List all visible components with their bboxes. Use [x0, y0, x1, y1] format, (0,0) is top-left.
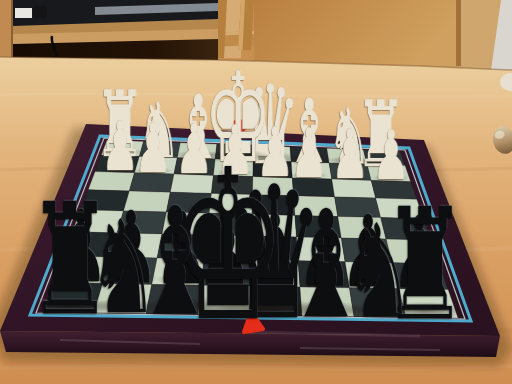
square-h7 — [53, 256, 110, 284]
square-f2 — [174, 158, 215, 176]
chess-photo-scene: ♜♞♝♛♚♝♞♜♟♟♟♟♟♟♟♟♟♟♟♟♟♟♟♟♜♞♝♛♚♝♞♜ — [0, 0, 512, 384]
square-c7 — [298, 261, 349, 288]
square-c8 — [300, 287, 354, 317]
square-g7 — [103, 257, 158, 284]
square-c5 — [295, 215, 341, 238]
square-h2 — [95, 155, 139, 173]
square-g4 — [124, 191, 171, 212]
square-b4 — [335, 197, 381, 218]
square-f5 — [162, 212, 209, 235]
square-a6 — [386, 239, 439, 264]
scene-graphics — [0, 0, 512, 384]
square-f8 — [146, 284, 201, 314]
square-h5 — [72, 210, 123, 233]
square-g6 — [110, 233, 162, 258]
square-e7 — [201, 259, 251, 286]
square-c6 — [297, 237, 346, 262]
square-b3 — [332, 179, 376, 198]
square-h8 — [42, 283, 103, 313]
square-h4 — [81, 190, 130, 211]
square-b8 — [349, 288, 406, 318]
square-d3 — [253, 177, 294, 196]
square-f1 — [177, 143, 217, 159]
square-e3 — [211, 175, 253, 194]
square-b2 — [329, 163, 371, 180]
square-g8 — [94, 284, 152, 314]
square-c4 — [294, 196, 338, 217]
square-e5 — [207, 213, 252, 236]
square-f6 — [157, 234, 207, 259]
square-d6 — [251, 236, 298, 261]
square-c2 — [291, 162, 332, 179]
square-h1 — [101, 140, 143, 156]
square-d1 — [253, 146, 291, 162]
square-h3 — [88, 172, 134, 191]
square-a5 — [381, 218, 431, 241]
square-d5 — [252, 214, 297, 237]
square-d4 — [252, 195, 295, 216]
red-marker-far-edge — [231, 120, 247, 133]
square-e1 — [215, 144, 253, 160]
square-f3 — [170, 174, 213, 193]
black-box — [33, 6, 47, 18]
square-g2 — [135, 156, 178, 174]
square-b1 — [327, 148, 367, 164]
square-g5 — [117, 211, 166, 234]
square-h6 — [63, 232, 117, 257]
square-e2 — [213, 159, 253, 177]
square-a3 — [371, 180, 417, 199]
board-squares — [42, 140, 458, 318]
wood-grain — [0, 366, 512, 369]
square-e8 — [198, 285, 251, 315]
panel-seam — [456, 0, 461, 66]
square-e6 — [204, 235, 252, 260]
square-d7 — [251, 260, 300, 287]
square-d2 — [253, 160, 292, 178]
square-b5 — [338, 217, 386, 240]
square-c1 — [290, 147, 329, 163]
square-b7 — [345, 262, 399, 289]
square-e4 — [209, 193, 252, 214]
square-a8 — [399, 289, 458, 318]
square-b6 — [341, 238, 392, 263]
wood-panel — [254, 0, 456, 68]
square-g1 — [139, 141, 180, 157]
square-d8 — [250, 286, 302, 316]
square-f7 — [152, 258, 204, 285]
square-a1 — [363, 150, 405, 166]
video-box — [15, 8, 32, 18]
square-c3 — [292, 178, 334, 197]
square-a7 — [392, 263, 448, 290]
square-a2 — [367, 164, 411, 181]
square-g3 — [129, 173, 174, 192]
square-a4 — [376, 198, 424, 219]
square-f4 — [166, 192, 211, 213]
